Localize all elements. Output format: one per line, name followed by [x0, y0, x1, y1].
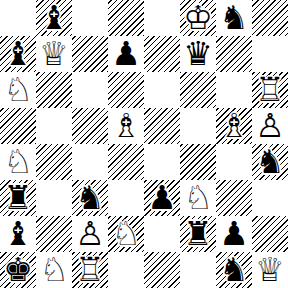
square-d6[interactable]: [108, 72, 144, 108]
square-d2[interactable]: ♞♘: [108, 216, 144, 252]
piece-white-bishop[interactable]: ♝♗: [108, 108, 144, 144]
piece-white-pawn[interactable]: ♟♙: [252, 108, 288, 144]
black-rook-glyph: ♜: [183, 216, 213, 252]
white-knight-glyph: ♘: [39, 252, 69, 288]
piece-black-bishop[interactable]: ♝♝: [0, 36, 36, 72]
square-d5[interactable]: ♝♗: [108, 108, 144, 144]
black-queen-glyph: ♛: [183, 36, 213, 72]
square-g4[interactable]: [216, 144, 252, 180]
square-c8[interactable]: [72, 0, 108, 36]
square-b1[interactable]: ♞♘: [36, 252, 72, 288]
piece-black-rook[interactable]: ♜♜: [180, 216, 216, 252]
square-c7[interactable]: [72, 36, 108, 72]
piece-white-king[interactable]: ♚♔: [180, 0, 216, 36]
piece-black-king[interactable]: ♚♚: [0, 252, 36, 288]
square-a6[interactable]: ♞♘: [0, 72, 36, 108]
square-b7[interactable]: ♛♕: [36, 36, 72, 72]
piece-black-rook[interactable]: ♜♜: [0, 180, 36, 216]
chess-board: ♝♝♚♔♞♞♝♝♛♕♟♟♛♛♞♘♜♖♝♗♝♗♟♙♞♘♞♞♜♜♞♞♟♟♞♘♝♝♟♙…: [0, 0, 288, 288]
black-knight-glyph: ♞: [219, 252, 249, 288]
square-f1[interactable]: [180, 252, 216, 288]
square-c5[interactable]: [72, 108, 108, 144]
piece-black-queen[interactable]: ♛♛: [180, 36, 216, 72]
square-d3[interactable]: [108, 180, 144, 216]
black-knight-glyph: ♞: [219, 0, 249, 36]
white-knight-glyph: ♘: [3, 72, 33, 108]
square-d8[interactable]: [108, 0, 144, 36]
piece-black-knight[interactable]: ♞♞: [216, 0, 252, 36]
square-c2[interactable]: ♟♙: [72, 216, 108, 252]
black-bishop-glyph: ♝: [3, 36, 33, 72]
square-g8[interactable]: ♞♞: [216, 0, 252, 36]
square-a4[interactable]: ♞♘: [0, 144, 36, 180]
square-e7[interactable]: [144, 36, 180, 72]
square-h6[interactable]: ♜♖: [252, 72, 288, 108]
square-d1[interactable]: [108, 252, 144, 288]
square-b8[interactable]: ♝♝: [36, 0, 72, 36]
square-c3[interactable]: ♞♞: [72, 180, 108, 216]
square-h4[interactable]: ♞♞: [252, 144, 288, 180]
black-pawn-glyph: ♟: [111, 36, 141, 72]
piece-black-pawn[interactable]: ♟♟: [216, 216, 252, 252]
white-knight-glyph: ♘: [3, 144, 33, 180]
piece-white-pawn[interactable]: ♟♙: [72, 216, 108, 252]
piece-white-knight[interactable]: ♞♘: [0, 72, 36, 108]
square-b6[interactable]: [36, 72, 72, 108]
white-king-glyph: ♔: [183, 0, 213, 36]
piece-black-bishop[interactable]: ♝♝: [36, 0, 72, 36]
square-f6[interactable]: [180, 72, 216, 108]
square-b4[interactable]: [36, 144, 72, 180]
square-f5[interactable]: [180, 108, 216, 144]
square-g2[interactable]: ♟♟: [216, 216, 252, 252]
square-c1[interactable]: ♜♖: [72, 252, 108, 288]
square-f8[interactable]: ♚♔: [180, 0, 216, 36]
white-rook-glyph: ♖: [75, 252, 105, 288]
piece-black-knight[interactable]: ♞♞: [252, 144, 288, 180]
square-e6[interactable]: [144, 72, 180, 108]
white-rook-glyph: ♖: [255, 72, 285, 108]
black-rook-glyph: ♜: [3, 180, 33, 216]
piece-white-rook[interactable]: ♜♖: [252, 72, 288, 108]
square-e4[interactable]: [144, 144, 180, 180]
square-e2[interactable]: [144, 216, 180, 252]
square-b5[interactable]: [36, 108, 72, 144]
square-g5[interactable]: ♝♗: [216, 108, 252, 144]
square-c6[interactable]: [72, 72, 108, 108]
piece-black-pawn[interactable]: ♟♟: [144, 180, 180, 216]
square-g7[interactable]: [216, 36, 252, 72]
square-h8[interactable]: [252, 0, 288, 36]
square-a3[interactable]: ♜♜: [0, 180, 36, 216]
piece-white-knight[interactable]: ♞♘: [108, 216, 144, 252]
black-king-glyph: ♚: [3, 252, 33, 288]
square-g6[interactable]: [216, 72, 252, 108]
square-e1[interactable]: [144, 252, 180, 288]
white-knight-glyph: ♘: [111, 216, 141, 252]
piece-white-rook[interactable]: ♜♖: [72, 252, 108, 288]
white-bishop-glyph: ♗: [111, 108, 141, 144]
square-a2[interactable]: ♝♝: [0, 216, 36, 252]
black-pawn-glyph: ♟: [147, 180, 177, 216]
square-g3[interactable]: [216, 180, 252, 216]
piece-white-knight[interactable]: ♞♘: [36, 252, 72, 288]
square-f2[interactable]: ♜♜: [180, 216, 216, 252]
square-h1[interactable]: ♛♕: [252, 252, 288, 288]
white-pawn-glyph: ♙: [255, 108, 285, 144]
square-h5[interactable]: ♟♙: [252, 108, 288, 144]
piece-white-knight[interactable]: ♞♘: [180, 180, 216, 216]
square-f7[interactable]: ♛♛: [180, 36, 216, 72]
piece-white-bishop[interactable]: ♝♗: [216, 108, 252, 144]
square-h2[interactable]: [252, 216, 288, 252]
square-a8[interactable]: [0, 0, 36, 36]
square-e3[interactable]: ♟♟: [144, 180, 180, 216]
piece-white-queen[interactable]: ♛♕: [36, 36, 72, 72]
white-queen-glyph: ♕: [39, 36, 69, 72]
white-bishop-glyph: ♗: [219, 108, 249, 144]
square-d7[interactable]: ♟♟: [108, 36, 144, 72]
black-bishop-glyph: ♝: [3, 216, 33, 252]
square-f3[interactable]: ♞♘: [180, 180, 216, 216]
white-knight-glyph: ♘: [183, 180, 213, 216]
white-queen-glyph: ♕: [255, 252, 285, 288]
piece-black-pawn[interactable]: ♟♟: [108, 36, 144, 72]
piece-white-knight[interactable]: ♞♘: [0, 144, 36, 180]
square-f4[interactable]: [180, 144, 216, 180]
square-e8[interactable]: [144, 0, 180, 36]
square-c4[interactable]: [72, 144, 108, 180]
square-a5[interactable]: [0, 108, 36, 144]
piece-black-knight[interactable]: ♞♞: [72, 180, 108, 216]
square-b2[interactable]: [36, 216, 72, 252]
square-g1[interactable]: ♞♞: [216, 252, 252, 288]
piece-white-queen[interactable]: ♛♕: [252, 252, 288, 288]
square-b3[interactable]: [36, 180, 72, 216]
square-d4[interactable]: [108, 144, 144, 180]
black-pawn-glyph: ♟: [219, 216, 249, 252]
square-h3[interactable]: [252, 180, 288, 216]
black-bishop-glyph: ♝: [39, 0, 69, 36]
piece-black-knight[interactable]: ♞♞: [216, 252, 252, 288]
piece-black-bishop[interactable]: ♝♝: [0, 216, 36, 252]
square-a1[interactable]: ♚♚: [0, 252, 36, 288]
black-knight-glyph: ♞: [255, 144, 285, 180]
black-knight-glyph: ♞: [75, 180, 105, 216]
square-e5[interactable]: [144, 108, 180, 144]
square-a7[interactable]: ♝♝: [0, 36, 36, 72]
square-h7[interactable]: [252, 36, 288, 72]
white-pawn-glyph: ♙: [75, 216, 105, 252]
